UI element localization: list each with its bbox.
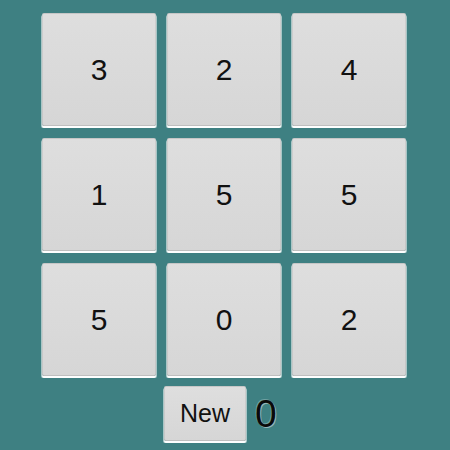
grid-cell-r1-c0[interactable]: 1 <box>42 138 156 251</box>
grid-cell-r2-c0[interactable]: 5 <box>42 263 156 376</box>
new-game-button[interactable]: New <box>164 386 246 441</box>
grid-cell-r0-c1[interactable]: 2 <box>167 13 281 126</box>
grid-cell-r1-c2[interactable]: 5 <box>292 138 406 251</box>
grid-cell-r0-c2[interactable]: 4 <box>292 13 406 126</box>
score-counter: 0 <box>255 393 295 435</box>
grid-cell-r2-c1[interactable]: 0 <box>167 263 281 376</box>
grid-cell-r1-c1[interactable]: 5 <box>167 138 281 251</box>
grid-cell-r2-c2[interactable]: 2 <box>292 263 406 376</box>
number-grid: 3 2 4 1 5 5 5 0 2 <box>42 13 406 376</box>
grid-cell-r0-c0[interactable]: 3 <box>42 13 156 126</box>
game-screen: 3 2 4 1 5 5 5 0 2 New 0 <box>0 0 450 450</box>
